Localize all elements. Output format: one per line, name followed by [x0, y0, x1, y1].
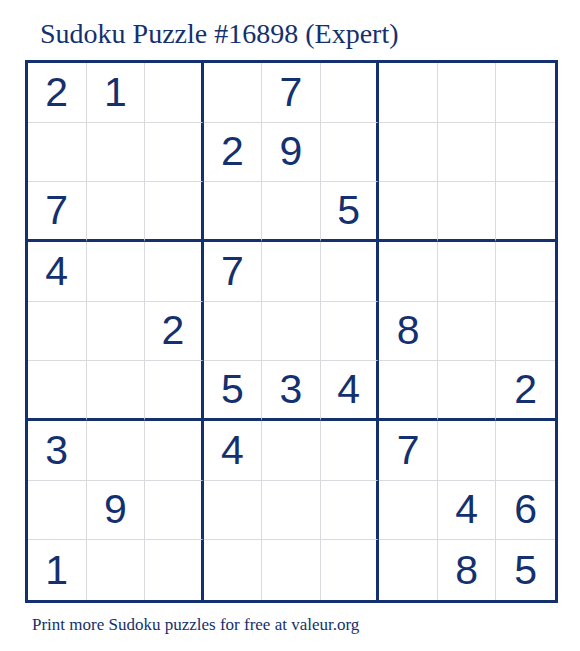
- cell-r4c3: [145, 242, 204, 302]
- cell-r4c4: 7: [204, 242, 263, 302]
- cell-r8c9: 6: [496, 481, 555, 541]
- cell-r3c3: [145, 182, 204, 242]
- cell-r4c8: [438, 242, 497, 302]
- cell-r3c1: 7: [28, 182, 87, 242]
- cell-r6c1: [28, 361, 87, 421]
- cell-r6c3: [145, 361, 204, 421]
- cell-r9c6: [321, 540, 380, 600]
- cell-r3c7: [379, 182, 438, 242]
- cell-r5c2: [87, 302, 146, 362]
- cell-r1c5: 7: [262, 63, 321, 123]
- cell-r6c7: [379, 361, 438, 421]
- cell-r8c3: [145, 481, 204, 541]
- footer-text: Print more Sudoku puzzles for free at va…: [32, 615, 359, 635]
- cell-r9c1: 1: [28, 540, 87, 600]
- cell-r1c6: [321, 63, 380, 123]
- cell-r9c3: [145, 540, 204, 600]
- cell-r7c6: [321, 421, 380, 481]
- cell-r4c6: [321, 242, 380, 302]
- cell-r8c2: 9: [87, 481, 146, 541]
- cell-r3c6: 5: [321, 182, 380, 242]
- cell-r4c7: [379, 242, 438, 302]
- cell-r1c7: [379, 63, 438, 123]
- sudoku-page: Sudoku Puzzle #16898 (Expert) 2172975472…: [0, 0, 580, 651]
- cell-r4c2: [87, 242, 146, 302]
- cell-r2c8: [438, 123, 497, 183]
- sudoku-grid: 217297547285342347946185: [25, 60, 558, 603]
- cell-r8c8: 4: [438, 481, 497, 541]
- cell-r9c7: [379, 540, 438, 600]
- cell-r5c9: [496, 302, 555, 362]
- cell-r1c4: [204, 63, 263, 123]
- cell-r1c8: [438, 63, 497, 123]
- cell-r9c8: 8: [438, 540, 497, 600]
- cell-r7c2: [87, 421, 146, 481]
- cell-r4c1: 4: [28, 242, 87, 302]
- cell-r7c7: 7: [379, 421, 438, 481]
- page-title: Sudoku Puzzle #16898 (Expert): [40, 18, 399, 50]
- cell-r5c5: [262, 302, 321, 362]
- cell-r6c8: [438, 361, 497, 421]
- cell-r2c5: 9: [262, 123, 321, 183]
- cell-r8c6: [321, 481, 380, 541]
- cell-r9c9: 5: [496, 540, 555, 600]
- cell-r2c4: 2: [204, 123, 263, 183]
- cell-r2c2: [87, 123, 146, 183]
- cell-r5c7: 8: [379, 302, 438, 362]
- cell-r6c5: 3: [262, 361, 321, 421]
- cell-r3c2: [87, 182, 146, 242]
- cell-r1c9: [496, 63, 555, 123]
- cell-r8c4: [204, 481, 263, 541]
- cell-r3c4: [204, 182, 263, 242]
- cell-r5c4: [204, 302, 263, 362]
- cell-r9c5: [262, 540, 321, 600]
- cell-r3c5: [262, 182, 321, 242]
- cell-r1c1: 2: [28, 63, 87, 123]
- cell-r4c5: [262, 242, 321, 302]
- cell-r2c9: [496, 123, 555, 183]
- cell-r6c2: [87, 361, 146, 421]
- cell-r7c3: [145, 421, 204, 481]
- cell-r2c7: [379, 123, 438, 183]
- cell-r2c6: [321, 123, 380, 183]
- cell-r8c5: [262, 481, 321, 541]
- cell-r2c3: [145, 123, 204, 183]
- cell-r8c1: [28, 481, 87, 541]
- cell-r6c4: 5: [204, 361, 263, 421]
- cell-r6c6: 4: [321, 361, 380, 421]
- cell-r1c2: 1: [87, 63, 146, 123]
- cell-r5c6: [321, 302, 380, 362]
- cell-r1c3: [145, 63, 204, 123]
- cell-r9c2: [87, 540, 146, 600]
- cell-r8c7: [379, 481, 438, 541]
- cell-r3c8: [438, 182, 497, 242]
- cell-r7c5: [262, 421, 321, 481]
- cell-r5c8: [438, 302, 497, 362]
- cell-r6c9: 2: [496, 361, 555, 421]
- cell-r2c1: [28, 123, 87, 183]
- cell-r9c4: [204, 540, 263, 600]
- cell-r5c1: [28, 302, 87, 362]
- cell-r7c9: [496, 421, 555, 481]
- cell-r5c3: 2: [145, 302, 204, 362]
- cell-r7c8: [438, 421, 497, 481]
- cell-r7c1: 3: [28, 421, 87, 481]
- cell-r4c9: [496, 242, 555, 302]
- cell-r7c4: 4: [204, 421, 263, 481]
- cell-r3c9: [496, 182, 555, 242]
